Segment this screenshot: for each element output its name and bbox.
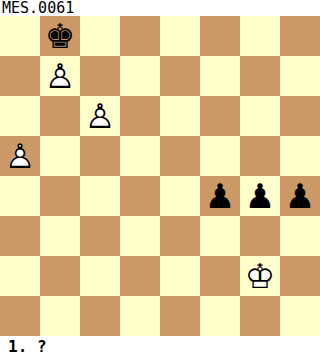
square-a5[interactable]: ♟♙ [0,136,40,176]
square-d6[interactable] [120,96,160,136]
square-d1[interactable] [120,296,160,336]
square-b7[interactable]: ♟♙ [40,56,80,96]
square-g3[interactable] [240,216,280,256]
square-d4[interactable] [120,176,160,216]
square-f3[interactable] [200,216,240,256]
piece-black-pawn-g4: ♟ [245,176,275,216]
square-f1[interactable] [200,296,240,336]
square-c8[interactable] [80,16,120,56]
chess-board: ♚♟♙♟♙♟♙♟♟♟♚♔ [0,16,320,336]
square-g7[interactable] [240,56,280,96]
square-e3[interactable] [160,216,200,256]
square-a7[interactable] [0,56,40,96]
square-h4[interactable]: ♟ [280,176,320,216]
square-d3[interactable] [120,216,160,256]
square-f7[interactable] [200,56,240,96]
square-a3[interactable] [0,216,40,256]
square-b2[interactable] [40,256,80,296]
square-a6[interactable] [0,96,40,136]
square-g6[interactable] [240,96,280,136]
piece-white-pawn-a5: ♟♙ [5,136,35,176]
square-c3[interactable] [80,216,120,256]
move-prompt: 1. ? [0,336,320,360]
square-e7[interactable] [160,56,200,96]
square-h8[interactable] [280,16,320,56]
square-h1[interactable] [280,296,320,336]
piece-black-pawn-h4: ♟ [285,176,315,216]
square-c5[interactable] [80,136,120,176]
square-e4[interactable] [160,176,200,216]
square-h6[interactable] [280,96,320,136]
square-b6[interactable] [40,96,80,136]
square-d7[interactable] [120,56,160,96]
square-a1[interactable] [0,296,40,336]
square-e6[interactable] [160,96,200,136]
square-c7[interactable] [80,56,120,96]
square-c2[interactable] [80,256,120,296]
square-h3[interactable] [280,216,320,256]
square-e5[interactable] [160,136,200,176]
piece-black-king-b8: ♚ [45,16,75,56]
chess-diagram-page: MES.0061 ♚♟♙♟♙♟♙♟♟♟♚♔ 1. ? [0,0,320,360]
square-h5[interactable] [280,136,320,176]
square-g4[interactable]: ♟ [240,176,280,216]
square-c1[interactable] [80,296,120,336]
square-g5[interactable] [240,136,280,176]
square-g8[interactable] [240,16,280,56]
square-b3[interactable] [40,216,80,256]
square-f6[interactable] [200,96,240,136]
square-b4[interactable] [40,176,80,216]
square-e8[interactable] [160,16,200,56]
square-h7[interactable] [280,56,320,96]
square-b8[interactable]: ♚ [40,16,80,56]
square-b5[interactable] [40,136,80,176]
piece-black-pawn-f4: ♟ [205,176,235,216]
square-b1[interactable] [40,296,80,336]
square-g1[interactable] [240,296,280,336]
square-d2[interactable] [120,256,160,296]
square-e1[interactable] [160,296,200,336]
puzzle-id: MES.0061 [0,0,320,16]
piece-white-pawn-b7: ♟♙ [45,56,75,96]
square-a2[interactable] [0,256,40,296]
square-c6[interactable]: ♟♙ [80,96,120,136]
square-d8[interactable] [120,16,160,56]
square-f8[interactable] [200,16,240,56]
square-e2[interactable] [160,256,200,296]
square-h2[interactable] [280,256,320,296]
square-f4[interactable]: ♟ [200,176,240,216]
square-f5[interactable] [200,136,240,176]
piece-white-king-g2: ♚♔ [245,256,275,296]
piece-white-pawn-c6: ♟♙ [85,96,115,136]
square-f2[interactable] [200,256,240,296]
square-a8[interactable] [0,16,40,56]
square-g2[interactable]: ♚♔ [240,256,280,296]
square-d5[interactable] [120,136,160,176]
square-a4[interactable] [0,176,40,216]
square-c4[interactable] [80,176,120,216]
